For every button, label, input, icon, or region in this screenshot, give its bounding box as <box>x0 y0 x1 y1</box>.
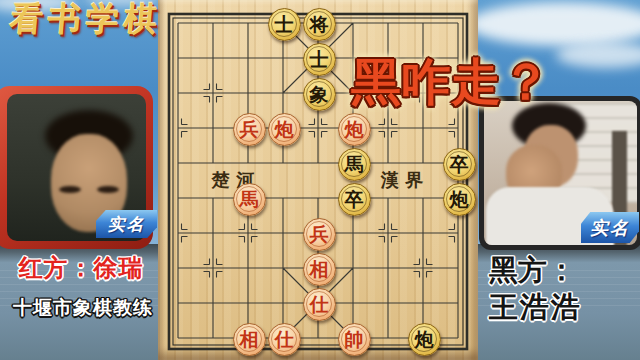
video-frame: 楚 河 漢 界 士将士象兵炮炮馬卒馬卒炮兵相仕相仕帥炮 实名 实名 看书学棋 黑… <box>0 0 640 360</box>
piece-black-炮[interactable]: 炮 <box>408 323 441 356</box>
cloud <box>468 2 640 46</box>
piece-black-士[interactable]: 士 <box>268 8 301 41</box>
piece-red-相[interactable]: 相 <box>233 323 266 356</box>
verified-badge-red: 实名 <box>96 210 157 238</box>
question-overlay: 黑咋走？ <box>351 49 551 116</box>
black-player-label: 黑方： <box>489 251 576 291</box>
piece-red-帥[interactable]: 帥 <box>338 323 371 356</box>
piece-red-馬[interactable]: 馬 <box>233 183 266 216</box>
piece-red-仕[interactable]: 仕 <box>303 288 336 321</box>
piece-red-仕[interactable]: 仕 <box>268 323 301 356</box>
piece-red-炮[interactable]: 炮 <box>268 113 301 146</box>
piece-black-士[interactable]: 士 <box>303 43 336 76</box>
piece-red-相[interactable]: 相 <box>303 253 336 286</box>
cloud <box>556 42 640 68</box>
piece-red-兵[interactable]: 兵 <box>233 113 266 146</box>
channel-title: 看书学棋 <box>8 0 164 42</box>
black-player-name: 王浩浩 <box>489 288 582 328</box>
piece-black-卒[interactable]: 卒 <box>443 148 476 181</box>
piece-red-兵[interactable]: 兵 <box>303 218 336 251</box>
red-player-name: 红方：徐瑞 <box>0 252 162 284</box>
eye <box>97 186 119 193</box>
piece-red-炮[interactable]: 炮 <box>338 113 371 146</box>
piece-black-象[interactable]: 象 <box>303 78 336 111</box>
piece-black-卒[interactable]: 卒 <box>338 183 371 216</box>
red-player-subtitle: 十堰市象棋教练 <box>2 295 164 321</box>
piece-black-炮[interactable]: 炮 <box>443 183 476 216</box>
piece-black-将[interactable]: 将 <box>303 8 336 41</box>
piece-black-馬[interactable]: 馬 <box>338 148 371 181</box>
eye <box>59 186 81 193</box>
verified-badge-black: 实名 <box>581 212 639 243</box>
